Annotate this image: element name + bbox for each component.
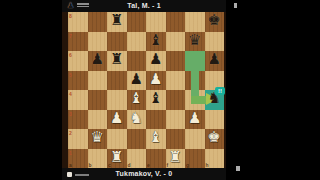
square-b6[interactable]: ♟ bbox=[88, 51, 108, 71]
square-e8[interactable] bbox=[146, 12, 166, 32]
square-b8[interactable] bbox=[88, 12, 108, 32]
square-f6[interactable] bbox=[166, 51, 186, 71]
piece-white-bishop: ♝ bbox=[127, 89, 147, 109]
square-b4[interactable] bbox=[88, 90, 108, 110]
piece-black-bishop: ♝ bbox=[146, 31, 166, 51]
square-a3[interactable]: 3 bbox=[68, 110, 88, 130]
rank-label-5: 5 bbox=[69, 72, 74, 78]
square-a7[interactable]: 7 bbox=[68, 32, 88, 52]
rank-label-2: 2 bbox=[69, 130, 74, 136]
square-e5[interactable]: ♟ bbox=[146, 71, 166, 91]
file-label-a: a bbox=[69, 162, 72, 168]
file-label-g: g bbox=[186, 162, 189, 168]
square-f2[interactable] bbox=[166, 129, 186, 149]
square-d1[interactable]: d bbox=[127, 149, 147, 169]
square-d3[interactable]: ♞ bbox=[127, 110, 147, 130]
square-d8[interactable] bbox=[127, 12, 147, 32]
bottom-player-bar: Tukmakov, V. - 0 bbox=[62, 168, 226, 180]
piece-white-bishop: ♝ bbox=[146, 128, 166, 148]
square-a5[interactable]: 5 bbox=[68, 71, 88, 91]
square-f3[interactable] bbox=[166, 110, 186, 130]
piece-black-rook: ♜ bbox=[107, 50, 127, 70]
square-b3[interactable] bbox=[88, 110, 108, 130]
file-label-h: h bbox=[206, 162, 209, 168]
square-e2[interactable]: ♝ bbox=[146, 129, 166, 149]
square-c6[interactable]: ♜ bbox=[107, 51, 127, 71]
rank-label-6: 6 bbox=[69, 52, 74, 58]
square-g7[interactable]: ♛ bbox=[185, 32, 205, 52]
square-e4[interactable]: ♝ bbox=[146, 90, 166, 110]
square-a2[interactable]: 2 bbox=[68, 129, 88, 149]
top-player-bar: ♟ Tal, M. - 1 bbox=[62, 0, 226, 12]
piece-white-pawn: ♟ bbox=[107, 109, 127, 129]
board-frame: 8♜♚7♝♛6♟♜♟♟5♟♟4♝♝♞3♟♞♟2♛♝♚1abc♜def♜gh!! bbox=[62, 12, 226, 168]
square-f4[interactable] bbox=[166, 90, 186, 110]
square-d4[interactable]: ♝ bbox=[127, 90, 147, 110]
move-annotation-badge: !! bbox=[215, 87, 225, 95]
bottom-player-name: Tukmakov, V. - 0 bbox=[62, 168, 226, 180]
rank-label-4: 4 bbox=[69, 91, 74, 97]
square-a1[interactable]: 1a bbox=[68, 149, 88, 169]
square-h2[interactable]: ♚ bbox=[205, 129, 225, 149]
square-c4[interactable] bbox=[107, 90, 127, 110]
piece-white-knight: ♞ bbox=[127, 109, 147, 129]
square-g3[interactable]: ♟ bbox=[185, 110, 205, 130]
chess-app-window: ♟ Tal, M. - 1 8♜♚7♝♛6♟♜♟♟5♟♟4♝♝♞3♟♞♟2♛♝♚… bbox=[62, 0, 226, 180]
file-label-d: d bbox=[128, 162, 131, 168]
square-c1[interactable]: c♜ bbox=[107, 149, 127, 169]
square-b2[interactable]: ♛ bbox=[88, 129, 108, 149]
square-h6[interactable]: ♟ bbox=[205, 51, 225, 71]
square-d2[interactable] bbox=[127, 129, 147, 149]
file-label-c: c bbox=[108, 162, 111, 168]
chess-board[interactable]: 8♜♚7♝♛6♟♜♟♟5♟♟4♝♝♞3♟♞♟2♛♝♚1abc♜def♜gh!! bbox=[68, 12, 224, 168]
file-label-b: b bbox=[89, 162, 92, 168]
ui-dot-bottom-right bbox=[236, 166, 240, 171]
piece-white-pawn: ♟ bbox=[185, 109, 205, 129]
top-player-name: Tal, M. - 1 bbox=[62, 0, 226, 12]
square-d5[interactable]: ♟ bbox=[127, 71, 147, 91]
rank-label-3: 3 bbox=[69, 111, 74, 117]
square-d7[interactable] bbox=[127, 32, 147, 52]
square-f8[interactable] bbox=[166, 12, 186, 32]
square-g2[interactable] bbox=[185, 129, 205, 149]
square-b1[interactable]: b bbox=[88, 149, 108, 169]
rank-label-7: 7 bbox=[69, 33, 74, 39]
square-c7[interactable] bbox=[107, 32, 127, 52]
square-b5[interactable] bbox=[88, 71, 108, 91]
square-a6[interactable]: 6 bbox=[68, 51, 88, 71]
square-h1[interactable]: h bbox=[205, 149, 225, 169]
square-e6[interactable]: ♟ bbox=[146, 51, 166, 71]
square-c3[interactable]: ♟ bbox=[107, 110, 127, 130]
file-label-e: e bbox=[147, 162, 150, 168]
square-h8[interactable]: ♚ bbox=[205, 12, 225, 32]
square-e7[interactable]: ♝ bbox=[146, 32, 166, 52]
rank-label-8: 8 bbox=[69, 13, 74, 19]
last-move-arrow bbox=[191, 96, 207, 104]
square-h7[interactable] bbox=[205, 32, 225, 52]
piece-black-king: ♚ bbox=[205, 11, 225, 31]
letterbox-background: ♟ Tal, M. - 1 8♜♚7♝♛6♟♜♟♟5♟♟4♝♝♞3♟♞♟2♛♝♚… bbox=[0, 0, 320, 180]
square-f1[interactable]: f♜ bbox=[166, 149, 186, 169]
piece-white-rook: ♜ bbox=[166, 148, 186, 168]
square-e1[interactable]: e bbox=[146, 149, 166, 169]
square-g8[interactable] bbox=[185, 12, 205, 32]
piece-black-queen: ♛ bbox=[185, 31, 205, 51]
piece-white-king: ♚ bbox=[205, 128, 225, 148]
square-e3[interactable] bbox=[146, 110, 166, 130]
piece-black-pawn: ♟ bbox=[205, 50, 225, 70]
piece-black-pawn: ♟ bbox=[127, 70, 147, 90]
square-d6[interactable] bbox=[127, 51, 147, 71]
square-g1[interactable]: g bbox=[185, 149, 205, 169]
square-f7[interactable] bbox=[166, 32, 186, 52]
square-h3[interactable] bbox=[205, 110, 225, 130]
ui-dot-top-right bbox=[234, 3, 237, 8]
piece-white-pawn: ♟ bbox=[146, 70, 166, 90]
piece-black-rook: ♜ bbox=[107, 11, 127, 31]
square-c2[interactable] bbox=[107, 129, 127, 149]
square-c8[interactable]: ♜ bbox=[107, 12, 127, 32]
square-a4[interactable]: 4 bbox=[68, 90, 88, 110]
square-b7[interactable] bbox=[88, 32, 108, 52]
square-g6[interactable] bbox=[185, 51, 205, 71]
square-a8[interactable]: 8 bbox=[68, 12, 88, 32]
piece-black-bishop: ♝ bbox=[146, 89, 166, 109]
square-c5[interactable] bbox=[107, 71, 127, 91]
piece-black-pawn: ♟ bbox=[88, 50, 108, 70]
file-label-f: f bbox=[167, 162, 169, 168]
piece-black-pawn: ♟ bbox=[146, 50, 166, 70]
rank-label-1: 1 bbox=[69, 150, 74, 156]
piece-white-queen: ♛ bbox=[88, 128, 108, 148]
last-move-arrow bbox=[206, 93, 218, 105]
square-f5[interactable] bbox=[166, 71, 186, 91]
